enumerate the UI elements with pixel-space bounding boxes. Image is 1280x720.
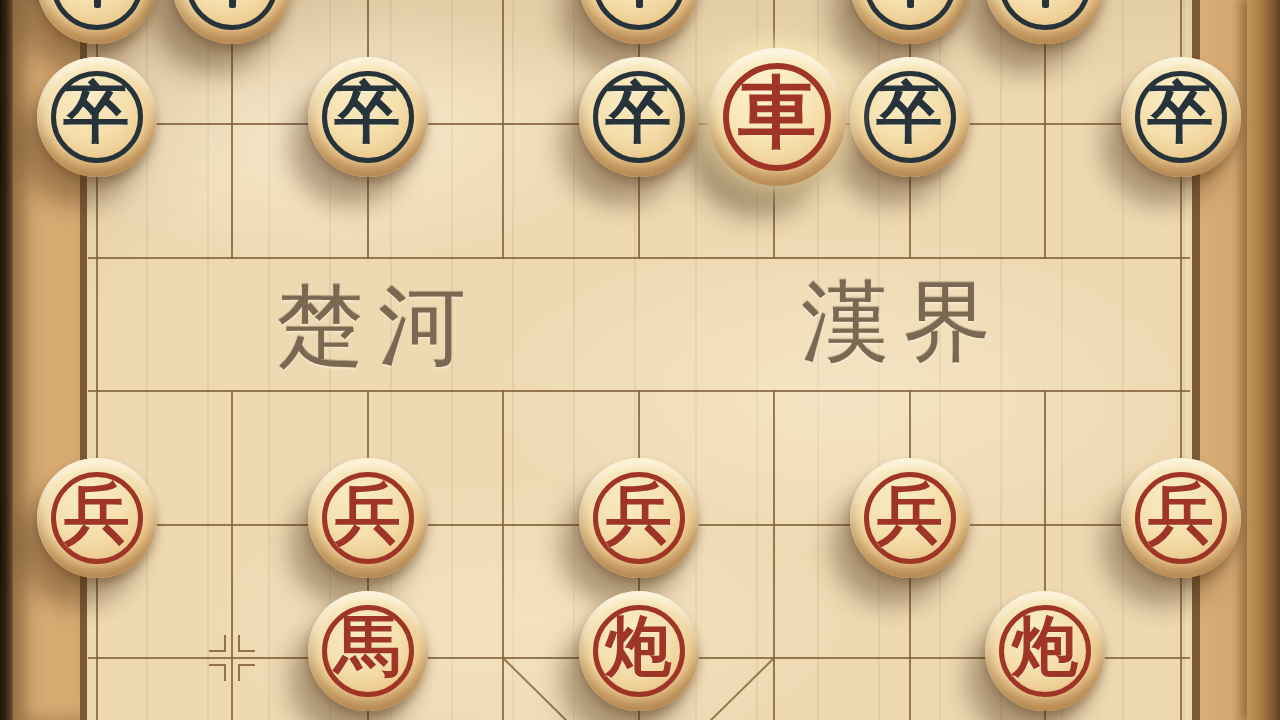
xiangqi-board[interactable]: 楚河 漢界 卒卒卒卒卒車兵兵兵兵兵馬炮炮 (87, 0, 1192, 720)
piece-black-soldier[interactable]: 卒 (579, 57, 699, 177)
piece-glyph-remnant (229, 0, 236, 8)
table-frame-left (0, 0, 13, 720)
river-label-left: 楚河 (276, 267, 480, 386)
piece-black-soldier[interactable]: 卒 (1121, 57, 1241, 177)
piece-red-cannon[interactable]: 炮 (579, 591, 699, 711)
point-marker-corner (209, 635, 226, 652)
piece-glyph: 卒 (850, 57, 970, 177)
piece-glyph: 炮 (579, 591, 699, 711)
piece-glyph: 車 (708, 48, 846, 186)
piece-red-soldier[interactable]: 兵 (850, 458, 970, 578)
point-marker-corner (238, 664, 255, 681)
piece-glyph-remnant (636, 0, 643, 8)
piece-glyph: 卒 (1121, 57, 1241, 177)
grid-file-line (502, 0, 504, 259)
piece-glyph: 兵 (579, 458, 699, 578)
xiangqi-app-screen: 楚河 漢界 卒卒卒卒卒車兵兵兵兵兵馬炮炮 (0, 0, 1280, 720)
piece-red-chariot[interactable]: 車 (708, 48, 846, 186)
piece-red-soldier[interactable]: 兵 (579, 458, 699, 578)
piece-red-soldier[interactable]: 兵 (1121, 458, 1241, 578)
piece-glyph-remnant (907, 0, 914, 8)
piece-red-cannon[interactable]: 炮 (985, 591, 1105, 711)
piece-black-unknown-cutoff[interactable] (172, 0, 292, 44)
point-marker (209, 635, 255, 681)
grid-file-line (502, 390, 504, 720)
piece-red-soldier[interactable]: 兵 (308, 458, 428, 578)
piece-glyph: 馬 (308, 591, 428, 711)
grid-file-line (773, 390, 775, 720)
piece-red-horse[interactable]: 馬 (308, 591, 428, 711)
piece-black-unknown-cutoff[interactable] (579, 0, 699, 44)
point-marker-corner (209, 664, 226, 681)
piece-glyph: 卒 (579, 57, 699, 177)
piece-black-unknown-cutoff[interactable] (850, 0, 970, 44)
piece-glyph: 卒 (308, 57, 428, 177)
piece-black-soldier[interactable]: 卒 (850, 57, 970, 177)
piece-glyph-remnant (94, 0, 101, 8)
piece-glyph: 兵 (850, 458, 970, 578)
piece-glyph: 兵 (1121, 458, 1241, 578)
point-marker-corner (238, 635, 255, 652)
piece-black-unknown-cutoff[interactable] (985, 0, 1105, 44)
table-frame-right (1247, 0, 1280, 720)
piece-glyph: 兵 (308, 458, 428, 578)
piece-black-soldier[interactable]: 卒 (37, 57, 157, 177)
river-label-right: 漢界 (801, 263, 1005, 382)
piece-glyph: 炮 (985, 591, 1105, 711)
piece-glyph-remnant (1042, 0, 1049, 8)
piece-glyph: 兵 (37, 458, 157, 578)
piece-black-soldier[interactable]: 卒 (308, 57, 428, 177)
piece-glyph: 卒 (37, 57, 157, 177)
piece-red-soldier[interactable]: 兵 (37, 458, 157, 578)
